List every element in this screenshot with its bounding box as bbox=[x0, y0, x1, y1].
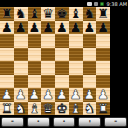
toolbar-button-3[interactable]: ▪ bbox=[53, 117, 76, 127]
signal-icon bbox=[94, 2, 98, 6]
black-pawn[interactable]: ♟ bbox=[1, 21, 13, 34]
white-knight[interactable]: ♞ bbox=[15, 102, 27, 115]
black-bishop[interactable]: ♝ bbox=[70, 7, 82, 20]
square-c2[interactable]: ♟ bbox=[28, 88, 42, 102]
app-screen: 9:38 AM ♜♞♝♛♚♝♞♜♟♟♟♟♟♟♟♟♟♟♟♟♟♟♟♟♜♞♝♛♚♝♞♜… bbox=[0, 0, 128, 128]
square-f1[interactable]: ♝ bbox=[69, 102, 83, 116]
black-queen[interactable]: ♛ bbox=[42, 7, 54, 20]
white-rook[interactable]: ♜ bbox=[1, 102, 13, 115]
square-f5[interactable] bbox=[69, 48, 83, 62]
black-pawn[interactable]: ♟ bbox=[42, 21, 54, 34]
square-e2[interactable]: ♟ bbox=[55, 88, 69, 102]
square-d2[interactable]: ♟ bbox=[41, 88, 55, 102]
black-pawn[interactable]: ♟ bbox=[29, 21, 41, 34]
battery-icon bbox=[100, 2, 104, 6]
square-b3[interactable] bbox=[14, 75, 28, 89]
square-h2[interactable]: ♟ bbox=[96, 88, 110, 102]
square-b2[interactable]: ♟ bbox=[14, 88, 28, 102]
toolbar-button-1-glyph: ▬ bbox=[11, 120, 14, 123]
square-h1[interactable]: ♜ bbox=[96, 102, 110, 116]
square-h4[interactable] bbox=[96, 61, 110, 75]
toolbar-button-4[interactable]: ▮ bbox=[78, 117, 101, 127]
white-knight[interactable]: ♞ bbox=[84, 102, 96, 115]
square-a5[interactable] bbox=[0, 48, 14, 62]
square-e5[interactable] bbox=[55, 48, 69, 62]
square-a8[interactable]: ♜ bbox=[0, 7, 14, 21]
black-knight[interactable]: ♞ bbox=[15, 7, 27, 20]
toolbar-button-3-glyph: ▪ bbox=[63, 120, 65, 123]
square-f3[interactable] bbox=[69, 75, 83, 89]
square-a3[interactable] bbox=[0, 75, 14, 89]
square-a1[interactable]: ♜ bbox=[0, 102, 14, 116]
white-pawn[interactable]: ♟ bbox=[97, 88, 109, 101]
toolbar-button-2-glyph: ▪ bbox=[37, 120, 39, 123]
square-d6[interactable] bbox=[41, 34, 55, 48]
square-g5[interactable] bbox=[83, 48, 97, 62]
square-e7[interactable]: ♟ bbox=[55, 21, 69, 35]
white-bishop[interactable]: ♝ bbox=[70, 102, 82, 115]
square-c4[interactable] bbox=[28, 61, 42, 75]
square-b8[interactable]: ♞ bbox=[14, 7, 28, 21]
black-pawn[interactable]: ♟ bbox=[15, 21, 27, 34]
white-bishop[interactable]: ♝ bbox=[29, 102, 41, 115]
square-c3[interactable] bbox=[28, 75, 42, 89]
white-pawn[interactable]: ♟ bbox=[1, 88, 13, 101]
square-a7[interactable]: ♟ bbox=[0, 21, 14, 35]
square-h6[interactable] bbox=[96, 34, 110, 48]
square-d7[interactable]: ♟ bbox=[41, 21, 55, 35]
square-f7[interactable]: ♟ bbox=[69, 21, 83, 35]
chess-board[interactable]: ♜♞♝♛♚♝♞♜♟♟♟♟♟♟♟♟♟♟♟♟♟♟♟♟♜♞♝♛♚♝♞♜ bbox=[0, 7, 110, 115]
toolbar-button-5-glyph: ▬ bbox=[114, 120, 117, 123]
white-pawn[interactable]: ♟ bbox=[70, 88, 82, 101]
white-pawn[interactable]: ♟ bbox=[84, 88, 96, 101]
square-e3[interactable] bbox=[55, 75, 69, 89]
square-d1[interactable]: ♛ bbox=[41, 102, 55, 116]
square-c6[interactable] bbox=[28, 34, 42, 48]
white-pawn[interactable]: ♟ bbox=[29, 88, 41, 101]
square-c1[interactable]: ♝ bbox=[28, 102, 42, 116]
square-b5[interactable] bbox=[14, 48, 28, 62]
square-a4[interactable] bbox=[0, 61, 14, 75]
square-g1[interactable]: ♞ bbox=[83, 102, 97, 116]
square-d8[interactable]: ♛ bbox=[41, 7, 55, 21]
square-b4[interactable] bbox=[14, 61, 28, 75]
square-g4[interactable] bbox=[83, 61, 97, 75]
square-e1[interactable]: ♚ bbox=[55, 102, 69, 116]
square-f8[interactable]: ♝ bbox=[69, 7, 83, 21]
square-b6[interactable] bbox=[14, 34, 28, 48]
square-a2[interactable]: ♟ bbox=[0, 88, 14, 102]
bottom-toolbar: ▬▪▪▮▬ bbox=[0, 115, 128, 128]
square-g8[interactable]: ♞ bbox=[83, 7, 97, 21]
square-e4[interactable] bbox=[55, 61, 69, 75]
black-pawn[interactable]: ♟ bbox=[84, 21, 96, 34]
square-e6[interactable] bbox=[55, 34, 69, 48]
white-pawn[interactable]: ♟ bbox=[15, 88, 27, 101]
toolbar-button-5[interactable]: ▬ bbox=[104, 117, 127, 127]
square-b1[interactable]: ♞ bbox=[14, 102, 28, 116]
square-g3[interactable] bbox=[83, 75, 97, 89]
square-f4[interactable] bbox=[69, 61, 83, 75]
square-g7[interactable]: ♟ bbox=[83, 21, 97, 35]
square-d3[interactable] bbox=[41, 75, 55, 89]
black-knight[interactable]: ♞ bbox=[84, 7, 96, 20]
notification-icon bbox=[87, 2, 92, 6]
square-c7[interactable]: ♟ bbox=[28, 21, 42, 35]
square-b7[interactable]: ♟ bbox=[14, 21, 28, 35]
square-c5[interactable] bbox=[28, 48, 42, 62]
square-d4[interactable] bbox=[41, 61, 55, 75]
square-h5[interactable] bbox=[96, 48, 110, 62]
square-g6[interactable] bbox=[83, 34, 97, 48]
black-rook[interactable]: ♜ bbox=[1, 7, 13, 20]
black-king[interactable]: ♚ bbox=[56, 7, 68, 20]
toolbar-button-2[interactable]: ▪ bbox=[27, 117, 50, 127]
square-g2[interactable]: ♟ bbox=[83, 88, 97, 102]
white-king[interactable]: ♚ bbox=[56, 102, 68, 115]
black-pawn[interactable]: ♟ bbox=[97, 21, 109, 34]
black-pawn[interactable]: ♟ bbox=[70, 21, 82, 34]
white-rook[interactable]: ♜ bbox=[97, 102, 109, 115]
white-pawn[interactable]: ♟ bbox=[56, 88, 68, 101]
square-c8[interactable]: ♝ bbox=[28, 7, 42, 21]
white-queen[interactable]: ♛ bbox=[42, 102, 54, 115]
square-h3[interactable] bbox=[96, 75, 110, 89]
square-h7[interactable]: ♟ bbox=[96, 21, 110, 35]
clock-text: 9:38 AM bbox=[106, 1, 127, 7]
toolbar-button-1[interactable]: ▬ bbox=[1, 117, 24, 127]
square-e8[interactable]: ♚ bbox=[55, 7, 69, 21]
square-d5[interactable] bbox=[41, 48, 55, 62]
square-f2[interactable]: ♟ bbox=[69, 88, 83, 102]
black-pawn[interactable]: ♟ bbox=[56, 21, 68, 34]
black-bishop[interactable]: ♝ bbox=[29, 7, 41, 20]
square-h8[interactable]: ♜ bbox=[96, 7, 110, 21]
black-rook[interactable]: ♜ bbox=[97, 7, 109, 20]
toolbar-button-4-glyph: ▮ bbox=[89, 120, 91, 123]
square-a6[interactable] bbox=[0, 34, 14, 48]
white-pawn[interactable]: ♟ bbox=[42, 88, 54, 101]
square-f6[interactable] bbox=[69, 34, 83, 48]
